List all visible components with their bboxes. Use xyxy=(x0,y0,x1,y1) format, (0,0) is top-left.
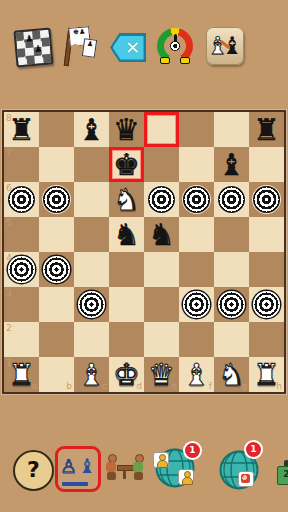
square-e4[interactable] xyxy=(144,252,179,287)
square-h8[interactable]: ♜ xyxy=(249,112,284,147)
square-h1[interactable]: h♜ xyxy=(249,357,284,392)
partial-edge-button[interactable]: 2 xyxy=(277,466,288,485)
square-a1[interactable]: 1a♜ xyxy=(4,357,39,392)
online-friends-button[interactable]: 1 xyxy=(154,443,200,495)
square-c6[interactable] xyxy=(74,182,109,217)
square-a8[interactable]: 8♜ xyxy=(4,112,39,147)
square-c7[interactable] xyxy=(74,147,109,182)
square-e2[interactable] xyxy=(144,322,179,357)
square-h2[interactable] xyxy=(249,322,284,357)
square-g4[interactable] xyxy=(214,252,249,287)
rank-label: 3 xyxy=(6,288,12,298)
square-b7[interactable] xyxy=(39,147,74,182)
square-a6[interactable]: 6 xyxy=(4,182,39,217)
square-e1[interactable]: e♛ xyxy=(144,357,179,392)
square-h4[interactable] xyxy=(249,252,284,287)
rank-label: 1 xyxy=(6,358,12,368)
square-f8[interactable] xyxy=(179,112,214,147)
close-button[interactable]: ✕ xyxy=(110,33,146,62)
square-e8[interactable] xyxy=(144,112,179,147)
square-a5[interactable]: 5 xyxy=(4,217,39,252)
black-bishop-khon: ♝ xyxy=(74,112,109,147)
notification-badge: 1 xyxy=(244,440,263,459)
square-f4[interactable] xyxy=(179,252,214,287)
square-a3[interactable]: 3 xyxy=(4,287,39,322)
gauge-hub xyxy=(170,41,180,51)
white-pawn-bia xyxy=(78,291,105,318)
file-label: b xyxy=(66,381,72,391)
play-vs-computer-button-selected[interactable]: ♙ ♝ xyxy=(55,446,101,492)
white-pawn-bia xyxy=(183,291,210,318)
square-h5[interactable] xyxy=(249,217,284,252)
square-a7[interactable]: 7 xyxy=(4,147,39,182)
file-label: g xyxy=(241,381,247,391)
close-x-icon: ✕ xyxy=(119,35,146,64)
rank-label: 8 xyxy=(6,113,12,123)
square-b6[interactable] xyxy=(39,182,74,217)
gauge-foot xyxy=(160,57,170,64)
square-f1[interactable]: f♝ xyxy=(179,357,214,392)
file-label: d xyxy=(136,381,142,391)
square-d4[interactable] xyxy=(109,252,144,287)
square-f2[interactable] xyxy=(179,322,214,357)
app-screen: { "game": "Makruk (Thai chess)", "positi… xyxy=(0,0,288,512)
square-g1[interactable]: g♞ xyxy=(214,357,249,392)
notification-badge: 1 xyxy=(183,441,202,460)
rank-label: 4 xyxy=(6,253,12,263)
square-h3[interactable] xyxy=(249,287,284,322)
square-d7[interactable]: ♚ xyxy=(109,147,144,182)
square-d8[interactable]: ♛ xyxy=(109,112,144,147)
rank-label: 5 xyxy=(6,218,12,228)
platform-shape xyxy=(62,482,88,486)
resign-flag-button[interactable]: ♚♟ ♟ xyxy=(59,26,95,66)
square-b3[interactable] xyxy=(39,287,74,322)
black-pawn-bia xyxy=(253,186,280,213)
black-pawn-bia xyxy=(43,186,70,213)
black-pawn-bia xyxy=(148,186,175,213)
square-c8[interactable]: ♝ xyxy=(74,112,109,147)
online-live-games-button[interactable]: 1 xyxy=(218,441,264,493)
square-g7[interactable]: ♝ xyxy=(214,147,249,182)
square-c4[interactable] xyxy=(74,252,109,287)
square-d3[interactable] xyxy=(109,287,144,322)
square-b1[interactable]: b xyxy=(39,357,74,392)
white-pawn-bia xyxy=(253,291,280,318)
square-d1[interactable]: d♚ xyxy=(109,357,144,392)
mini-pawn-icon: ♟ xyxy=(34,44,43,54)
makruk-board: 8♜♝♛♜7♚♝6♞5♞♞4321a♜bc♝d♚e♛f♝g♞h♜ xyxy=(2,110,286,394)
file-label: a xyxy=(31,381,37,391)
black-king: ♚ xyxy=(109,147,144,182)
square-g3[interactable] xyxy=(214,287,249,322)
square-g5[interactable] xyxy=(214,217,249,252)
white-pawn-bia xyxy=(43,256,70,283)
square-e7[interactable] xyxy=(144,147,179,182)
square-h7[interactable] xyxy=(249,147,284,182)
friend-badge xyxy=(178,469,194,485)
mini-pawn-icon: ♟ xyxy=(25,34,34,44)
square-e3[interactable] xyxy=(144,287,179,322)
black-knight: ♞ xyxy=(144,217,179,252)
help-button[interactable]: ? xyxy=(13,450,54,491)
piece-set-button[interactable]: ♝ ♝ xyxy=(206,27,244,65)
black-pawn-bia xyxy=(218,186,245,213)
square-e6[interactable] xyxy=(144,182,179,217)
rank-label: 7 xyxy=(6,148,12,158)
square-h6[interactable] xyxy=(249,182,284,217)
square-f3[interactable] xyxy=(179,287,214,322)
square-b2[interactable] xyxy=(39,322,74,357)
gauge-foot xyxy=(180,57,190,64)
square-c3[interactable] xyxy=(74,287,109,322)
square-f5[interactable] xyxy=(179,217,214,252)
table-leg xyxy=(123,470,126,479)
square-g2[interactable] xyxy=(214,322,249,357)
white-piece-icon: ♙ xyxy=(60,455,77,477)
black-knight: ♞ xyxy=(109,217,144,252)
square-c1[interactable]: c♝ xyxy=(74,357,109,392)
square-e5[interactable]: ♞ xyxy=(144,217,179,252)
square-c5[interactable] xyxy=(74,217,109,252)
two-players-button[interactable] xyxy=(106,452,144,482)
black-pawn-bia xyxy=(8,186,35,213)
friend-badge xyxy=(153,452,169,468)
square-c2[interactable] xyxy=(74,322,109,357)
white-knight: ♞ xyxy=(109,182,144,217)
white-pawn-bia xyxy=(218,291,245,318)
strength-gauge-button[interactable] xyxy=(157,28,193,64)
rank-label: 2 xyxy=(6,323,12,333)
board-theme-button[interactable]: ♟ ♟ xyxy=(13,27,53,67)
black-bishop-khon: ♝ xyxy=(214,147,249,182)
square-b5[interactable] xyxy=(39,217,74,252)
square-g8[interactable] xyxy=(214,112,249,147)
black-rook: ♜ xyxy=(249,112,284,147)
flag-card: ♟ xyxy=(82,38,97,58)
square-g6[interactable] xyxy=(214,182,249,217)
file-label: h xyxy=(276,381,282,391)
player-right-icon xyxy=(133,454,143,476)
photo-badge xyxy=(238,471,254,487)
square-d5[interactable]: ♞ xyxy=(109,217,144,252)
white-pawn-bia xyxy=(8,256,35,283)
square-f6[interactable] xyxy=(179,182,214,217)
blue-piece-icon: ♝ xyxy=(78,454,96,478)
file-label: f xyxy=(209,381,212,391)
player-left-icon xyxy=(106,454,116,476)
square-b8[interactable] xyxy=(39,112,74,147)
square-b4[interactable] xyxy=(39,252,74,287)
square-f7[interactable] xyxy=(179,147,214,182)
square-d6[interactable]: ♞ xyxy=(109,182,144,217)
black-queen-met: ♛ xyxy=(109,112,144,147)
square-a4[interactable]: 4 xyxy=(4,252,39,287)
file-label: c xyxy=(102,381,107,391)
black-pawn-bia xyxy=(183,186,210,213)
rank-label: 6 xyxy=(6,183,12,193)
square-d2[interactable] xyxy=(109,322,144,357)
file-label: e xyxy=(171,381,177,391)
square-a2[interactable]: 2 xyxy=(4,322,39,357)
